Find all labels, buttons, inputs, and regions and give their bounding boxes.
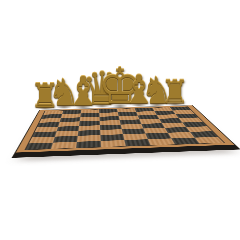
board-square [101, 140, 126, 147]
board-square [76, 141, 101, 148]
board-square [51, 142, 77, 149]
board-square [194, 137, 223, 144]
chess-set-photo: ♜♞♝♛♚♝♞♜ [0, 0, 240, 240]
board-square [26, 142, 53, 149]
board-square [124, 139, 150, 146]
chess-piece-rook: ♜ [161, 76, 190, 108]
